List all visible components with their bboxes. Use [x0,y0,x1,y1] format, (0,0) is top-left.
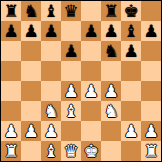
square-d6[interactable]: ♟ [61,41,81,61]
square-d8[interactable]: ♛ [61,1,81,21]
square-b8[interactable]: ♞ [21,1,41,21]
black-pawn: ♟ [123,41,138,61]
square-c5[interactable] [41,61,61,81]
white-knight: ♞ [43,101,58,121]
square-a7[interactable]: ♟ [1,21,21,41]
black-pawn: ♟ [83,21,98,41]
square-e6[interactable] [81,41,101,61]
square-d4[interactable]: ♟ [61,81,81,101]
black-pawn: ♟ [3,21,18,41]
square-d2[interactable] [61,121,81,141]
white-pawn: ♟ [23,121,38,141]
square-f4[interactable]: ♟ [101,81,121,101]
black-pawn: ♟ [23,21,38,41]
white-pawn: ♟ [63,81,78,101]
square-h5[interactable] [141,61,161,81]
square-e7[interactable]: ♟ [81,21,101,41]
square-a6[interactable] [1,41,21,61]
square-f1[interactable] [101,141,121,161]
square-g5[interactable] [121,61,141,81]
white-pawn: ♟ [103,81,118,101]
square-b5[interactable] [21,61,41,81]
square-f3[interactable]: ♞ [101,101,121,121]
square-d5[interactable] [61,61,81,81]
square-e8[interactable] [81,1,101,21]
square-g3[interactable] [121,101,141,121]
white-knight: ♞ [103,101,118,121]
square-b4[interactable] [21,81,41,101]
white-pawn: ♟ [123,121,138,141]
black-queen: ♛ [63,1,78,21]
square-c1[interactable]: ♝ [41,141,61,161]
square-b1[interactable] [21,141,41,161]
white-pawn: ♟ [43,121,58,141]
square-h7[interactable]: ♟ [141,21,161,41]
square-h1[interactable]: ♜ [141,141,161,161]
square-b7[interactable]: ♟ [21,21,41,41]
white-pawn: ♟ [143,121,158,141]
black-bishop: ♝ [43,1,58,21]
white-rook: ♜ [3,141,18,161]
white-rook: ♜ [143,141,158,161]
square-f8[interactable]: ♜ [101,1,121,21]
square-a1[interactable]: ♜ [1,141,21,161]
square-d3[interactable]: ♝ [61,101,81,121]
black-bishop: ♝ [123,21,138,41]
square-c7[interactable]: ♟ [41,21,61,41]
black-rook: ♜ [3,1,18,21]
square-a4[interactable] [1,81,21,101]
square-e2[interactable] [81,121,101,141]
square-c6[interactable] [41,41,61,61]
square-e5[interactable] [81,61,101,81]
white-queen: ♛ [63,141,78,161]
square-h6[interactable] [141,41,161,61]
square-f2[interactable] [101,121,121,141]
white-pawn: ♟ [3,121,18,141]
square-f5[interactable] [101,61,121,81]
square-a2[interactable]: ♟ [1,121,21,141]
chess-board: ♜♞♝♛♜♚♟♟♟♟♟♝♟♟♞♟♟♟♟♞♝♞♟♟♟♟♟♜♝♛♚♜ [0,0,162,162]
square-b3[interactable] [21,101,41,121]
black-knight: ♞ [103,41,118,61]
white-bishop: ♝ [63,101,78,121]
square-a8[interactable]: ♜ [1,1,21,21]
square-f6[interactable]: ♞ [101,41,121,61]
square-g2[interactable]: ♟ [121,121,141,141]
black-pawn: ♟ [63,41,78,61]
square-c3[interactable]: ♞ [41,101,61,121]
square-d1[interactable]: ♛ [61,141,81,161]
black-rook: ♜ [103,1,118,21]
square-c2[interactable]: ♟ [41,121,61,141]
square-c8[interactable]: ♝ [41,1,61,21]
white-king: ♚ [83,141,98,161]
square-d7[interactable] [61,21,81,41]
square-a5[interactable] [1,61,21,81]
square-g7[interactable]: ♝ [121,21,141,41]
black-pawn: ♟ [143,21,158,41]
white-bishop: ♝ [43,141,58,161]
black-king: ♚ [123,1,138,21]
square-e1[interactable]: ♚ [81,141,101,161]
square-b2[interactable]: ♟ [21,121,41,141]
black-knight: ♞ [23,1,38,21]
black-pawn: ♟ [43,21,58,41]
square-g6[interactable]: ♟ [121,41,141,61]
square-h8[interactable] [141,1,161,21]
square-g8[interactable]: ♚ [121,1,141,21]
square-b6[interactable] [21,41,41,61]
square-a3[interactable] [1,101,21,121]
black-pawn: ♟ [103,21,118,41]
square-g1[interactable] [121,141,141,161]
square-e3[interactable] [81,101,101,121]
square-h3[interactable] [141,101,161,121]
square-g4[interactable] [121,81,141,101]
square-e4[interactable]: ♟ [81,81,101,101]
square-h4[interactable] [141,81,161,101]
square-c4[interactable] [41,81,61,101]
white-pawn: ♟ [83,81,98,101]
square-f7[interactable]: ♟ [101,21,121,41]
square-h2[interactable]: ♟ [141,121,161,141]
